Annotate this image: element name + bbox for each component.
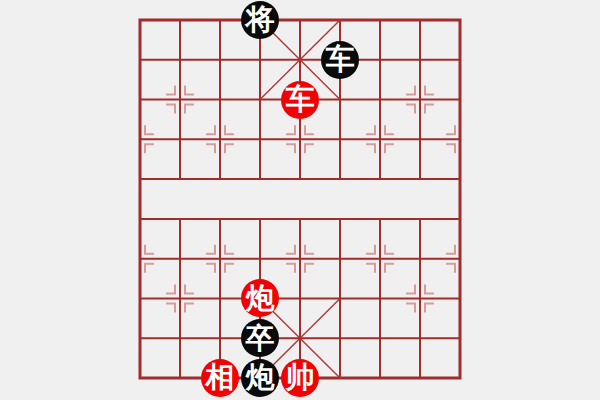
piece-black-cannon[interactable]: 炮 <box>241 359 279 397</box>
xiangqi-board: 将车车炮卒相炮帅 <box>0 0 600 400</box>
piece-black-general[interactable]: 将 <box>241 1 279 39</box>
piece-red-chariot[interactable]: 车 <box>281 81 319 119</box>
pieces-layer: 将车车炮卒相炮帅 <box>120 0 480 398</box>
piece-red-general[interactable]: 帅 <box>281 359 319 397</box>
piece-black-chariot[interactable]: 车 <box>321 41 359 79</box>
piece-black-soldier[interactable]: 卒 <box>241 319 279 357</box>
piece-red-cannon[interactable]: 炮 <box>241 279 279 317</box>
piece-red-elephant[interactable]: 相 <box>201 359 239 397</box>
